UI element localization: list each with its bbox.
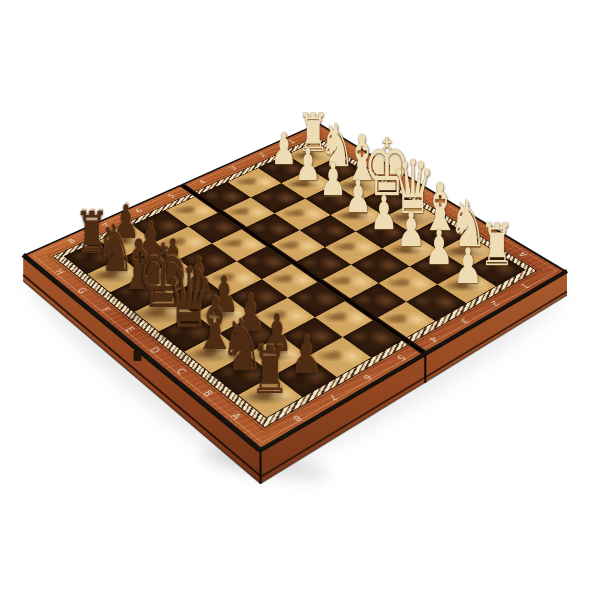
chess-set-product-photo: HHGGFFEEDDCCBBAA1122334455667788 ♜♞♝♛♚♝♞… (0, 0, 600, 600)
